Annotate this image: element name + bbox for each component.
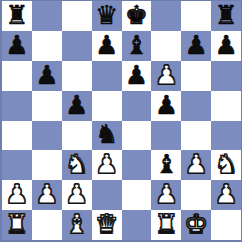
black-rook-icon[interactable]: ♜: [5, 2, 28, 28]
black-pawn-icon[interactable]: ♟: [155, 92, 178, 118]
white-pawn-icon[interactable]: ♟: [155, 181, 178, 207]
white-knight-icon[interactable]: ♞: [214, 151, 237, 177]
square-d3[interactable]: ♟: [92, 150, 122, 180]
square-d1[interactable]: ♛: [92, 210, 122, 240]
square-g1[interactable]: ♚: [181, 210, 211, 240]
square-h3[interactable]: ♞: [211, 150, 241, 180]
square-e5[interactable]: [122, 91, 152, 121]
square-e3[interactable]: [122, 150, 152, 180]
square-c2[interactable]: ♟: [62, 180, 92, 210]
square-b7[interactable]: [32, 31, 62, 61]
square-f7[interactable]: [151, 31, 181, 61]
square-e7[interactable]: ♝: [122, 31, 152, 61]
square-a7[interactable]: ♟: [2, 31, 32, 61]
square-b6[interactable]: ♟: [32, 61, 62, 91]
black-pawn-icon[interactable]: ♟: [214, 32, 237, 58]
white-rook-icon[interactable]: ♜: [155, 211, 178, 237]
square-c7[interactable]: [62, 31, 92, 61]
square-d2[interactable]: [92, 180, 122, 210]
black-bishop-icon[interactable]: ♝: [155, 151, 178, 177]
square-a8[interactable]: ♜: [2, 1, 32, 31]
square-h4[interactable]: [211, 121, 241, 151]
black-pawn-icon[interactable]: ♟: [185, 32, 208, 58]
white-pawn-icon[interactable]: ♟: [5, 181, 28, 207]
square-b3[interactable]: [32, 150, 62, 180]
white-pawn-icon[interactable]: ♟: [185, 151, 208, 177]
black-queen-icon[interactable]: ♛: [95, 2, 118, 28]
square-d7[interactable]: ♟: [92, 31, 122, 61]
white-queen-icon[interactable]: ♛: [95, 211, 118, 237]
black-pawn-icon[interactable]: ♟: [35, 62, 58, 88]
white-pawn-icon[interactable]: ♟: [155, 62, 178, 88]
square-b1[interactable]: [32, 210, 62, 240]
square-f8[interactable]: [151, 1, 181, 31]
square-c1[interactable]: ♝: [62, 210, 92, 240]
black-pawn-icon[interactable]: ♟: [5, 32, 28, 58]
square-d4[interactable]: ♞: [92, 121, 122, 151]
black-bishop-icon[interactable]: ♝: [125, 32, 148, 58]
square-c8[interactable]: [62, 1, 92, 31]
square-g2[interactable]: [181, 180, 211, 210]
white-king-icon[interactable]: ♚: [185, 211, 208, 237]
square-h7[interactable]: ♟: [211, 31, 241, 61]
square-f2[interactable]: ♟: [151, 180, 181, 210]
square-a1[interactable]: ♜: [2, 210, 32, 240]
square-e1[interactable]: [122, 210, 152, 240]
square-a5[interactable]: [2, 91, 32, 121]
square-h8[interactable]: ♜: [211, 1, 241, 31]
square-e2[interactable]: [122, 180, 152, 210]
square-g7[interactable]: ♟: [181, 31, 211, 61]
square-f6[interactable]: ♟: [151, 61, 181, 91]
square-f3[interactable]: ♝: [151, 150, 181, 180]
black-pawn-icon[interactable]: ♟: [95, 32, 118, 58]
square-h5[interactable]: [211, 91, 241, 121]
square-h6[interactable]: [211, 61, 241, 91]
chess-board-container: ♜♛♚♜♟♟♝♟♟♟♟♟♟♟♞♞♟♝♟♞♟♟♟♟♟♜♝♛♜♚: [0, 0, 242, 242]
square-g3[interactable]: ♟: [181, 150, 211, 180]
square-c4[interactable]: [62, 121, 92, 151]
black-knight-icon[interactable]: ♞: [95, 121, 118, 147]
square-a3[interactable]: [2, 150, 32, 180]
square-b8[interactable]: [32, 1, 62, 31]
square-g6[interactable]: [181, 61, 211, 91]
square-h2[interactable]: ♟: [211, 180, 241, 210]
square-f4[interactable]: [151, 121, 181, 151]
black-king-icon[interactable]: ♚: [125, 2, 148, 28]
black-pawn-icon[interactable]: ♟: [65, 92, 88, 118]
square-h1[interactable]: [211, 210, 241, 240]
chess-board: ♜♛♚♜♟♟♝♟♟♟♟♟♟♟♞♞♟♝♟♞♟♟♟♟♟♜♝♛♜♚: [0, 0, 242, 242]
white-rook-icon[interactable]: ♜: [5, 211, 28, 237]
square-c3[interactable]: ♞: [62, 150, 92, 180]
square-f5[interactable]: ♟: [151, 91, 181, 121]
white-pawn-icon[interactable]: ♟: [95, 151, 118, 177]
square-b4[interactable]: [32, 121, 62, 151]
square-d5[interactable]: [92, 91, 122, 121]
square-d6[interactable]: [92, 61, 122, 91]
square-b5[interactable]: [32, 91, 62, 121]
square-c5[interactable]: ♟: [62, 91, 92, 121]
square-e6[interactable]: ♟: [122, 61, 152, 91]
square-a2[interactable]: ♟: [2, 180, 32, 210]
square-g8[interactable]: [181, 1, 211, 31]
square-a6[interactable]: [2, 61, 32, 91]
square-d8[interactable]: ♛: [92, 1, 122, 31]
square-c6[interactable]: [62, 61, 92, 91]
black-pawn-icon[interactable]: ♟: [125, 62, 148, 88]
square-a4[interactable]: [2, 121, 32, 151]
square-e4[interactable]: [122, 121, 152, 151]
white-knight-icon[interactable]: ♞: [65, 151, 88, 177]
white-pawn-icon[interactable]: ♟: [35, 181, 58, 207]
white-pawn-icon[interactable]: ♟: [214, 181, 237, 207]
black-rook-icon[interactable]: ♜: [214, 2, 237, 28]
square-f1[interactable]: ♜: [151, 210, 181, 240]
square-g5[interactable]: [181, 91, 211, 121]
white-bishop-icon[interactable]: ♝: [65, 211, 88, 237]
square-b2[interactable]: ♟: [32, 180, 62, 210]
white-pawn-icon[interactable]: ♟: [65, 181, 88, 207]
square-g4[interactable]: [181, 121, 211, 151]
square-e8[interactable]: ♚: [122, 1, 152, 31]
